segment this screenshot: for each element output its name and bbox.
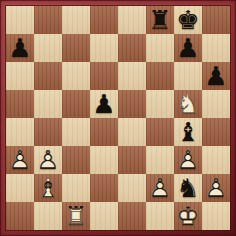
square-a6[interactable] [6, 62, 34, 90]
square-b3[interactable]: ♟♙ [34, 146, 62, 174]
square-b7[interactable] [34, 34, 62, 62]
white-pawn[interactable]: ♟♙ [202, 174, 230, 202]
king-glyph-outline: ♔ [174, 202, 202, 230]
square-c5[interactable] [62, 90, 90, 118]
square-a8[interactable] [6, 6, 34, 34]
square-b1[interactable] [34, 202, 62, 230]
square-a5[interactable] [6, 90, 34, 118]
square-c4[interactable] [62, 118, 90, 146]
square-d2[interactable] [90, 174, 118, 202]
black-pawn[interactable]: ♟ [202, 62, 230, 90]
square-h2[interactable]: ♟♙ [202, 174, 230, 202]
square-g5[interactable]: ♞♘ [174, 90, 202, 118]
square-h1[interactable] [202, 202, 230, 230]
square-h5[interactable] [202, 90, 230, 118]
pawn-glyph-outline: ♙ [202, 174, 230, 202]
square-e7[interactable] [118, 34, 146, 62]
square-c1[interactable]: ♜♖ [62, 202, 90, 230]
black-pawn[interactable]: ♟ [6, 34, 34, 62]
black-rook[interactable]: ♜ [146, 6, 174, 34]
pawn-glyph-outline: ♙ [34, 146, 62, 174]
rook-glyph-outline: ♖ [62, 202, 90, 230]
square-f7[interactable] [146, 34, 174, 62]
square-d4[interactable] [90, 118, 118, 146]
white-bishop[interactable]: ♝♗ [34, 174, 62, 202]
square-g6[interactable] [174, 62, 202, 90]
square-f3[interactable] [146, 146, 174, 174]
black-bishop[interactable]: ♝ [174, 118, 202, 146]
pawn-glyph-fill: ♟ [202, 62, 230, 90]
pawn-glyph-fill: ♟ [6, 34, 34, 62]
pawn-glyph-outline: ♙ [146, 174, 174, 202]
white-pawn[interactable]: ♟♙ [174, 146, 202, 174]
black-knight[interactable]: ♞ [174, 174, 202, 202]
square-c2[interactable] [62, 174, 90, 202]
pawn-glyph-fill: ♟ [90, 90, 118, 118]
square-e8[interactable] [118, 6, 146, 34]
square-h6[interactable]: ♟ [202, 62, 230, 90]
square-b2[interactable]: ♝♗ [34, 174, 62, 202]
square-g7[interactable]: ♟ [174, 34, 202, 62]
white-pawn[interactable]: ♟♙ [34, 146, 62, 174]
square-b8[interactable] [34, 6, 62, 34]
square-h4[interactable] [202, 118, 230, 146]
white-pawn[interactable]: ♟♙ [6, 146, 34, 174]
square-g4[interactable]: ♝ [174, 118, 202, 146]
square-e1[interactable] [118, 202, 146, 230]
bishop-glyph-fill: ♝ [174, 118, 202, 146]
rook-glyph-fill: ♜ [146, 6, 174, 34]
square-d8[interactable] [90, 6, 118, 34]
pawn-glyph-fill: ♟ [174, 34, 202, 62]
black-pawn[interactable]: ♟ [90, 90, 118, 118]
square-g2[interactable]: ♞ [174, 174, 202, 202]
white-rook[interactable]: ♜♖ [62, 202, 90, 230]
white-king[interactable]: ♚♔ [174, 202, 202, 230]
square-h8[interactable] [202, 6, 230, 34]
square-e3[interactable] [118, 146, 146, 174]
square-b6[interactable] [34, 62, 62, 90]
square-g3[interactable]: ♟♙ [174, 146, 202, 174]
pawn-glyph-outline: ♙ [174, 146, 202, 174]
square-d1[interactable] [90, 202, 118, 230]
square-b4[interactable] [34, 118, 62, 146]
black-king[interactable]: ♚ [174, 6, 202, 34]
square-b5[interactable] [34, 90, 62, 118]
square-h3[interactable] [202, 146, 230, 174]
square-f6[interactable] [146, 62, 174, 90]
white-pawn[interactable]: ♟♙ [146, 174, 174, 202]
square-a1[interactable] [6, 202, 34, 230]
square-e2[interactable] [118, 174, 146, 202]
square-e5[interactable] [118, 90, 146, 118]
white-knight[interactable]: ♞♘ [174, 90, 202, 118]
square-d5[interactable]: ♟ [90, 90, 118, 118]
square-f5[interactable] [146, 90, 174, 118]
knight-glyph-outline: ♘ [174, 90, 202, 118]
square-a2[interactable] [6, 174, 34, 202]
black-pawn[interactable]: ♟ [174, 34, 202, 62]
square-e6[interactable] [118, 62, 146, 90]
square-d7[interactable] [90, 34, 118, 62]
square-e4[interactable] [118, 118, 146, 146]
pawn-glyph-outline: ♙ [6, 146, 34, 174]
square-c6[interactable] [62, 62, 90, 90]
square-d3[interactable] [90, 146, 118, 174]
square-a4[interactable] [6, 118, 34, 146]
square-a7[interactable]: ♟ [6, 34, 34, 62]
square-c7[interactable] [62, 34, 90, 62]
square-a3[interactable]: ♟♙ [6, 146, 34, 174]
square-h7[interactable] [202, 34, 230, 62]
square-f2[interactable]: ♟♙ [146, 174, 174, 202]
square-f1[interactable] [146, 202, 174, 230]
knight-glyph-fill: ♞ [174, 174, 202, 202]
chess-board: ♜♚♟♟♟♟♞♘♝♟♙♟♙♟♙♝♗♟♙♞♟♙♜♖♚♔ [6, 6, 230, 230]
square-f8[interactable]: ♜ [146, 6, 174, 34]
square-f4[interactable] [146, 118, 174, 146]
king-glyph-fill: ♚ [174, 6, 202, 34]
square-d6[interactable] [90, 62, 118, 90]
bishop-glyph-outline: ♗ [34, 174, 62, 202]
board-frame: ♜♚♟♟♟♟♞♘♝♟♙♟♙♟♙♝♗♟♙♞♟♙♜♖♚♔ [0, 0, 236, 236]
square-g8[interactable]: ♚ [174, 6, 202, 34]
square-g1[interactable]: ♚♔ [174, 202, 202, 230]
square-c3[interactable] [62, 146, 90, 174]
square-c8[interactable] [62, 6, 90, 34]
